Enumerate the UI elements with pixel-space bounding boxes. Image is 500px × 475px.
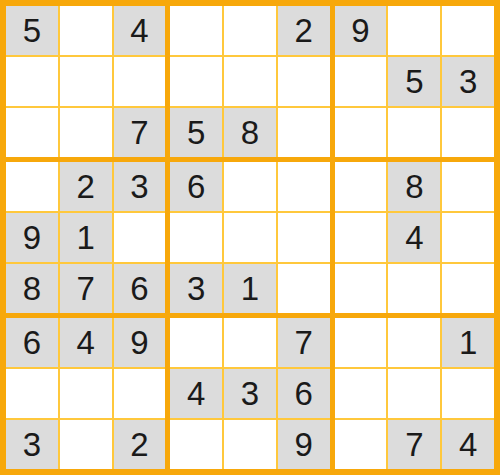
- cell-r7c7[interactable]: [335, 318, 387, 367]
- cell-r3c6[interactable]: [278, 108, 330, 157]
- cell-r8c2[interactable]: [60, 369, 112, 418]
- cell-r8c6: 6: [278, 369, 330, 418]
- cell-r2c2[interactable]: [60, 57, 112, 106]
- cell-r7c4[interactable]: [170, 318, 222, 367]
- cell-r4c2: 2: [60, 162, 112, 211]
- cell-r6c5: 1: [224, 264, 276, 313]
- cell-r3c4: 5: [170, 108, 222, 157]
- cell-r4c4: 6: [170, 162, 222, 211]
- cell-r6c1: 8: [6, 264, 58, 313]
- cell-r1c4[interactable]: [170, 6, 222, 55]
- cell-r1c1: 5: [6, 6, 58, 55]
- sudoku-board: 5472589532391876631846493274369174: [0, 0, 500, 475]
- cell-r5c5[interactable]: [224, 213, 276, 262]
- cell-r5c6[interactable]: [278, 213, 330, 262]
- cell-r6c2: 7: [60, 264, 112, 313]
- cell-r8c4: 4: [170, 369, 222, 418]
- cell-r3c7[interactable]: [335, 108, 387, 157]
- cell-r8c9[interactable]: [442, 369, 494, 418]
- cell-r2c8: 5: [388, 57, 440, 106]
- box-8: 74369: [170, 318, 329, 469]
- cell-r9c5[interactable]: [224, 420, 276, 469]
- cell-r5c3[interactable]: [114, 213, 166, 262]
- cell-r1c3: 4: [114, 6, 166, 55]
- box-6: 84: [335, 162, 494, 313]
- cell-r2c4[interactable]: [170, 57, 222, 106]
- cell-r4c3: 3: [114, 162, 166, 211]
- box-3: 953: [335, 6, 494, 157]
- cell-r6c8[interactable]: [388, 264, 440, 313]
- cell-r2c3[interactable]: [114, 57, 166, 106]
- cell-r3c3: 7: [114, 108, 166, 157]
- cell-r4c8: 8: [388, 162, 440, 211]
- cell-r7c8[interactable]: [388, 318, 440, 367]
- cell-r9c3: 2: [114, 420, 166, 469]
- cell-r6c3: 6: [114, 264, 166, 313]
- cell-r4c7[interactable]: [335, 162, 387, 211]
- cell-r5c8: 4: [388, 213, 440, 262]
- cell-r7c3: 9: [114, 318, 166, 367]
- cell-r2c6[interactable]: [278, 57, 330, 106]
- cell-r8c8[interactable]: [388, 369, 440, 418]
- cell-r1c5[interactable]: [224, 6, 276, 55]
- cell-r1c2[interactable]: [60, 6, 112, 55]
- cell-r3c5: 8: [224, 108, 276, 157]
- cell-r7c9: 1: [442, 318, 494, 367]
- cell-r6c4: 3: [170, 264, 222, 313]
- cell-r9c1: 3: [6, 420, 58, 469]
- cell-r6c7[interactable]: [335, 264, 387, 313]
- cell-r6c6[interactable]: [278, 264, 330, 313]
- box-2: 258: [170, 6, 329, 157]
- cell-r9c7[interactable]: [335, 420, 387, 469]
- cell-r5c9[interactable]: [442, 213, 494, 262]
- cell-r4c5[interactable]: [224, 162, 276, 211]
- cell-r4c9[interactable]: [442, 162, 494, 211]
- box-5: 631: [170, 162, 329, 313]
- cell-r3c8[interactable]: [388, 108, 440, 157]
- cell-r5c1: 9: [6, 213, 58, 262]
- cell-r2c5[interactable]: [224, 57, 276, 106]
- cell-r1c9[interactable]: [442, 6, 494, 55]
- cell-r1c6: 2: [278, 6, 330, 55]
- box-9: 174: [335, 318, 494, 469]
- cell-r5c7[interactable]: [335, 213, 387, 262]
- cell-r9c9: 4: [442, 420, 494, 469]
- cell-r8c3[interactable]: [114, 369, 166, 418]
- cell-r3c1[interactable]: [6, 108, 58, 157]
- cell-r5c4[interactable]: [170, 213, 222, 262]
- cell-r7c2: 4: [60, 318, 112, 367]
- cell-r9c2[interactable]: [60, 420, 112, 469]
- cell-r7c1: 6: [6, 318, 58, 367]
- cell-r7c5[interactable]: [224, 318, 276, 367]
- box-4: 2391876: [6, 162, 165, 313]
- cell-r4c1[interactable]: [6, 162, 58, 211]
- cell-r8c7[interactable]: [335, 369, 387, 418]
- cell-r8c5: 3: [224, 369, 276, 418]
- cell-r4c6[interactable]: [278, 162, 330, 211]
- cell-r3c9[interactable]: [442, 108, 494, 157]
- cell-r8c1[interactable]: [6, 369, 58, 418]
- cell-r9c6: 9: [278, 420, 330, 469]
- cell-r5c2: 1: [60, 213, 112, 262]
- box-1: 547: [6, 6, 165, 157]
- cell-r1c8[interactable]: [388, 6, 440, 55]
- cell-r1c7: 9: [335, 6, 387, 55]
- box-7: 64932: [6, 318, 165, 469]
- cell-r2c9: 3: [442, 57, 494, 106]
- cell-r7c6: 7: [278, 318, 330, 367]
- cell-r2c7[interactable]: [335, 57, 387, 106]
- cell-r6c9[interactable]: [442, 264, 494, 313]
- cell-r9c4[interactable]: [170, 420, 222, 469]
- cell-r3c2[interactable]: [60, 108, 112, 157]
- cell-r2c1[interactable]: [6, 57, 58, 106]
- cell-r9c8: 7: [388, 420, 440, 469]
